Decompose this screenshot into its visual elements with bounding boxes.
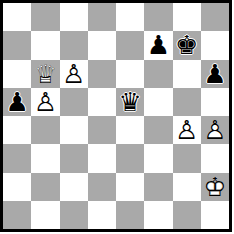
black-pawn-glyph: ♟ xyxy=(201,60,229,88)
square-b4[interactable] xyxy=(31,116,59,144)
chess-diagram: ♟♚♛♕♟♙♟♟♟♙♛♟♙♟♙♚♔ xyxy=(0,0,234,234)
black-pawn-glyph: ♟ xyxy=(144,31,172,59)
black-pawn-h6: ♟ xyxy=(201,60,229,88)
square-a2[interactable] xyxy=(3,173,31,201)
square-c1[interactable] xyxy=(60,201,88,229)
black-pawn-glyph: ♟ xyxy=(3,88,31,116)
square-g4[interactable]: ♟♙ xyxy=(173,116,201,144)
square-g7[interactable]: ♚ xyxy=(173,31,201,59)
square-e6[interactable] xyxy=(116,60,144,88)
square-g3[interactable] xyxy=(173,144,201,172)
square-d5[interactable] xyxy=(88,88,116,116)
square-c7[interactable] xyxy=(60,31,88,59)
square-e2[interactable] xyxy=(116,173,144,201)
square-b5[interactable]: ♟♙ xyxy=(31,88,59,116)
square-h5[interactable] xyxy=(201,88,229,116)
square-d8[interactable] xyxy=(88,3,116,31)
square-f7[interactable]: ♟ xyxy=(144,31,172,59)
square-c5[interactable] xyxy=(60,88,88,116)
square-a4[interactable] xyxy=(3,116,31,144)
white-queen-outline-glyph: ♕ xyxy=(31,60,59,88)
white-pawn-outline-glyph: ♙ xyxy=(201,116,229,144)
square-a6[interactable] xyxy=(3,60,31,88)
square-h2[interactable]: ♚♔ xyxy=(201,173,229,201)
square-f6[interactable] xyxy=(144,60,172,88)
square-e3[interactable] xyxy=(116,144,144,172)
square-f8[interactable] xyxy=(144,3,172,31)
square-f1[interactable] xyxy=(144,201,172,229)
white-pawn-g4: ♟♙ xyxy=(173,116,201,144)
black-queen-glyph: ♛ xyxy=(116,88,144,116)
square-e4[interactable] xyxy=(116,116,144,144)
square-d2[interactable] xyxy=(88,173,116,201)
black-pawn-f7: ♟ xyxy=(144,31,172,59)
square-d1[interactable] xyxy=(88,201,116,229)
square-f5[interactable] xyxy=(144,88,172,116)
square-d6[interactable] xyxy=(88,60,116,88)
square-b7[interactable] xyxy=(31,31,59,59)
white-pawn-c6: ♟♙ xyxy=(60,60,88,88)
square-b3[interactable] xyxy=(31,144,59,172)
square-g6[interactable] xyxy=(173,60,201,88)
square-f2[interactable] xyxy=(144,173,172,201)
white-pawn-outline-glyph: ♙ xyxy=(31,88,59,116)
square-b2[interactable] xyxy=(31,173,59,201)
square-a8[interactable] xyxy=(3,3,31,31)
square-h7[interactable] xyxy=(201,31,229,59)
square-g8[interactable] xyxy=(173,3,201,31)
square-h4[interactable]: ♟♙ xyxy=(201,116,229,144)
square-a3[interactable] xyxy=(3,144,31,172)
square-a7[interactable] xyxy=(3,31,31,59)
square-h3[interactable] xyxy=(201,144,229,172)
square-c4[interactable] xyxy=(60,116,88,144)
square-e7[interactable] xyxy=(116,31,144,59)
white-pawn-outline-glyph: ♙ xyxy=(173,116,201,144)
square-d3[interactable] xyxy=(88,144,116,172)
white-pawn-b5: ♟♙ xyxy=(31,88,59,116)
white-pawn-h4: ♟♙ xyxy=(201,116,229,144)
black-king-g7: ♚ xyxy=(173,31,201,59)
black-king-glyph: ♚ xyxy=(173,31,201,59)
white-king-h2: ♚♔ xyxy=(201,173,229,201)
square-a5[interactable]: ♟ xyxy=(3,88,31,116)
white-pawn-outline-glyph: ♙ xyxy=(60,60,88,88)
square-f4[interactable] xyxy=(144,116,172,144)
square-d4[interactable] xyxy=(88,116,116,144)
square-c3[interactable] xyxy=(60,144,88,172)
square-g1[interactable] xyxy=(173,201,201,229)
square-c6[interactable]: ♟♙ xyxy=(60,60,88,88)
square-f3[interactable] xyxy=(144,144,172,172)
square-c2[interactable] xyxy=(60,173,88,201)
square-c8[interactable] xyxy=(60,3,88,31)
square-g2[interactable] xyxy=(173,173,201,201)
square-h6[interactable]: ♟ xyxy=(201,60,229,88)
chess-board: ♟♚♛♕♟♙♟♟♟♙♛♟♙♟♙♚♔ xyxy=(0,0,232,232)
square-a1[interactable] xyxy=(3,201,31,229)
square-b1[interactable] xyxy=(31,201,59,229)
square-e8[interactable] xyxy=(116,3,144,31)
black-queen-e5: ♛ xyxy=(116,88,144,116)
square-g5[interactable] xyxy=(173,88,201,116)
square-e5[interactable]: ♛ xyxy=(116,88,144,116)
white-queen-b6: ♛♕ xyxy=(31,60,59,88)
square-h1[interactable] xyxy=(201,201,229,229)
square-e1[interactable] xyxy=(116,201,144,229)
square-d7[interactable] xyxy=(88,31,116,59)
white-king-outline-glyph: ♔ xyxy=(201,173,229,201)
square-h8[interactable] xyxy=(201,3,229,31)
square-b8[interactable] xyxy=(31,3,59,31)
black-pawn-a5: ♟ xyxy=(3,88,31,116)
square-b6[interactable]: ♛♕ xyxy=(31,60,59,88)
